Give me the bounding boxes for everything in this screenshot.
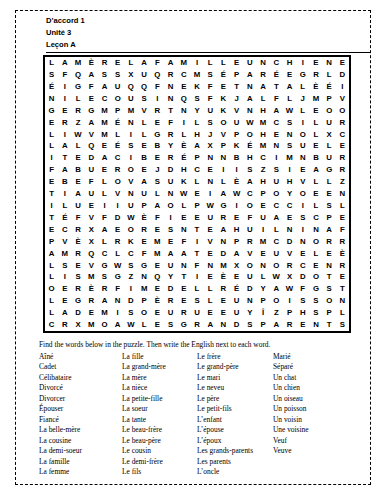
grid-cell: N <box>323 57 336 69</box>
grid-cell: A <box>85 117 98 129</box>
grid-cell: C <box>309 212 322 224</box>
grid-cell: W <box>283 283 296 295</box>
word-item: Aîné <box>39 352 82 362</box>
grid-cell: O <box>309 271 322 283</box>
grid-cell: L <box>71 93 84 105</box>
grid-cell: J <box>204 128 217 140</box>
word-item: Le beau-père <box>122 436 166 446</box>
grid-cell: E <box>164 236 177 248</box>
grid-cell: A <box>243 93 256 105</box>
grid-cell: O <box>270 295 283 307</box>
grid-cell: U <box>296 140 309 152</box>
grid-cell: I <box>283 164 296 176</box>
grid-cell: É <box>111 117 124 129</box>
grid-cell: N <box>217 319 230 331</box>
word-item: Le cousin <box>122 446 166 456</box>
grid-cell: Z <box>71 117 84 129</box>
grid-cell: L <box>204 283 217 295</box>
word-item: Un poisson <box>273 404 309 414</box>
grid-cell: I <box>164 212 177 224</box>
grid-cell: Q <box>124 81 137 93</box>
grid-cell: O <box>336 105 349 117</box>
word-item: La cousine <box>39 436 82 446</box>
grid-cell: U <box>230 295 243 307</box>
grid-cell: D <box>164 164 177 176</box>
grid-cell: A <box>323 224 336 236</box>
grid-cell: L <box>138 319 151 331</box>
grid-cell: X <box>204 140 217 152</box>
grid-cell: W <box>71 128 84 140</box>
grid-cell: S <box>164 319 177 331</box>
grid-cell: C <box>243 188 256 200</box>
word-item: Épouser <box>39 404 82 414</box>
grid-cell: Y <box>164 271 177 283</box>
grid-cell: N <box>138 271 151 283</box>
grid-cell: F <box>164 117 177 129</box>
word-item: La soeur <box>122 404 166 414</box>
grid-cell: A <box>164 248 177 260</box>
grid-cell: L <box>71 140 84 152</box>
grid-cell: A <box>270 319 283 331</box>
grid-cell: H <box>256 128 269 140</box>
grid-cell: Z <box>256 164 269 176</box>
grid-cell: L <box>111 128 124 140</box>
grid-cell: R <box>164 128 177 140</box>
grid-cell: R <box>71 283 84 295</box>
grid-cell: W <box>230 188 243 200</box>
grid-cell: S <box>243 164 256 176</box>
grid-cell: T <box>323 319 336 331</box>
grid-cell: E <box>45 117 58 129</box>
grid-cell: X <box>283 271 296 283</box>
grid-cell: P <box>323 93 336 105</box>
grid-cell: N <box>283 224 296 236</box>
grid-cell: N <box>177 224 190 236</box>
grid-cell: I <box>151 93 164 105</box>
grid-cell: M <box>256 236 269 248</box>
grid-cell: S <box>323 283 336 295</box>
grid-cell: M <box>138 283 151 295</box>
grid-cell: S <box>45 69 58 81</box>
grid-cell: L <box>296 81 309 93</box>
grid-cell: È <box>217 271 230 283</box>
grid-cell: L <box>98 176 111 188</box>
grid-cell: F <box>58 69 71 81</box>
grid-cell: A <box>58 164 71 176</box>
grid-cell: E <box>204 164 217 176</box>
grid-cell: H <box>243 152 256 164</box>
grid-cell: T <box>190 224 203 236</box>
grid-cell: F <box>111 283 124 295</box>
grid-cell: E <box>45 176 58 188</box>
grid-cell: È <box>177 140 190 152</box>
grid-cell: E <box>85 307 98 319</box>
grid-cell: E <box>151 283 164 295</box>
grid-cell: A <box>270 105 283 117</box>
grid-cell: L <box>270 224 283 236</box>
grid-cell: P <box>230 69 243 81</box>
grid-cell: V <box>204 236 217 248</box>
grid-cell: E <box>230 212 243 224</box>
grid-cell: U <box>164 176 177 188</box>
grid-cell: E <box>111 57 124 69</box>
grid-cell: L <box>190 283 203 295</box>
grid-cell: H <box>230 224 243 236</box>
grid-cell: S <box>243 319 256 331</box>
grid-cell: O <box>296 188 309 200</box>
grid-cell: A <box>98 224 111 236</box>
grid-cell: I <box>124 283 137 295</box>
grid-cell: E <box>98 140 111 152</box>
grid-cell: G <box>111 271 124 283</box>
grid-cell: W <box>204 200 217 212</box>
grid-cell: P <box>138 295 151 307</box>
grid-cell: V <box>217 128 230 140</box>
grid-cell: F <box>190 260 203 272</box>
word-list-column-4: MariéSéparéUn chatUn chienUn oiseauUn po… <box>273 352 309 457</box>
grid-cell: L <box>45 271 58 283</box>
grid-cell: O <box>111 176 124 188</box>
grid-cell: C <box>98 93 111 105</box>
grid-cell: L <box>309 176 322 188</box>
grid-cell: R <box>336 152 349 164</box>
grid-cell: F <box>45 164 58 176</box>
grid-cell: O <box>124 224 137 236</box>
grid-cell: P <box>45 236 58 248</box>
grid-cell: V <box>283 248 296 260</box>
grid-cell: B <box>58 176 71 188</box>
grid-cell: R <box>283 319 296 331</box>
grid-cell: W <box>124 319 137 331</box>
grid-cell: H <box>256 105 269 117</box>
grid-cell: A <box>243 176 256 188</box>
grid-cell: L <box>256 93 269 105</box>
grid-cell: N <box>124 188 137 200</box>
grid-cell: A <box>243 69 256 81</box>
grid-cell: C <box>296 260 309 272</box>
grid-cell: L <box>204 295 217 307</box>
grid-cell: E <box>111 224 124 236</box>
grid-cell: D <box>243 283 256 295</box>
grid-cell: U <box>204 212 217 224</box>
grid-cell: M <box>98 128 111 140</box>
grid-cell: D <box>85 152 98 164</box>
grid-cell: L <box>58 200 71 212</box>
grid-cell: R <box>151 105 164 117</box>
grid-cell: M <box>190 69 203 81</box>
grid-cell: E <box>296 319 309 331</box>
grid-cell: H <box>283 176 296 188</box>
grid-cell: E <box>177 212 190 224</box>
grid-cell: R <box>164 152 177 164</box>
word-item: La nièce <box>122 383 166 393</box>
grid-cell: R <box>336 117 349 129</box>
word-item: Les grands-parents <box>197 446 253 456</box>
grid-cell: I <box>124 128 137 140</box>
grid-cell: H <box>190 128 203 140</box>
grid-cell: U <box>71 200 84 212</box>
grid-cell: A <box>217 188 230 200</box>
grid-cell: U <box>124 200 137 212</box>
grid-cell: E <box>177 81 190 93</box>
grid-cell: Z <box>336 176 349 188</box>
grid-cell: P <box>217 140 230 152</box>
grid-cell: L <box>336 200 349 212</box>
grid-cell: S <box>296 212 309 224</box>
grid-cell: V <box>138 105 151 117</box>
grid-cell: S <box>323 200 336 212</box>
grid-cell: D <box>124 295 137 307</box>
grid-cell: C <box>270 57 283 69</box>
grid-cell: È <box>85 57 98 69</box>
grid-cell: M <box>98 105 111 117</box>
grid-cell: R <box>336 260 349 272</box>
grid-cell: R <box>217 283 230 295</box>
grid-cell: E <box>151 152 164 164</box>
grid-cell: U <box>190 307 203 319</box>
grid-cell: P <box>256 319 269 331</box>
grid-cell: Y <box>283 188 296 200</box>
grid-cell: O <box>124 164 137 176</box>
grid-cell: L <box>177 128 190 140</box>
grid-cell: R <box>309 69 322 81</box>
grid-cell: S <box>124 140 137 152</box>
grid-cell: R <box>283 260 296 272</box>
grid-cell: É <box>230 283 243 295</box>
grid-cell: M <box>85 319 98 331</box>
grid-cell: A <box>270 212 283 224</box>
grid-cell: P <box>256 295 269 307</box>
grid-cell: C <box>190 164 203 176</box>
grid-cell: E <box>138 164 151 176</box>
grid-cell: M <box>151 248 164 260</box>
grid-cell: S <box>124 307 137 319</box>
grid-cell: È <box>71 236 84 248</box>
grid-cell: E <box>58 105 71 117</box>
grid-cell: N <box>309 319 322 331</box>
grid-cell: Z <box>124 271 137 283</box>
grid-cell: V <box>230 105 243 117</box>
grid-cell: N <box>111 295 124 307</box>
grid-cell: G <box>309 283 322 295</box>
grid-cell: M <box>124 105 137 117</box>
grid-cell: R <box>98 57 111 69</box>
grid-cell: R <box>58 117 71 129</box>
grid-cell: E <box>296 248 309 260</box>
grid-cell: M <box>98 117 111 129</box>
grid-cell: A <box>85 69 98 81</box>
grid-cell: I <box>124 152 137 164</box>
grid-cell: P <box>190 152 203 164</box>
grid-cell: È <box>309 81 322 93</box>
grid-cell: N <box>296 152 309 164</box>
grid-cell: M <box>71 57 84 69</box>
word-item: Un chien <box>273 383 309 393</box>
grid-cell: E <box>190 188 203 200</box>
grid-cell: E <box>323 248 336 260</box>
word-item: Veuf <box>273 436 309 446</box>
grid-cell: O <box>309 236 322 248</box>
grid-cell: R <box>138 224 151 236</box>
grid-cell: L <box>177 200 190 212</box>
grid-cell: E <box>190 212 203 224</box>
grid-cell: S <box>296 295 309 307</box>
grid-cell: O <box>243 128 256 140</box>
grid-cell: E <box>283 212 296 224</box>
grid-cell: V <box>124 176 137 188</box>
grid-cell: U <box>243 57 256 69</box>
grid-cell: L <box>111 248 124 260</box>
grid-cell: I <box>256 224 269 236</box>
grid-cell: U <box>124 93 137 105</box>
grid-cell: E <box>177 283 190 295</box>
grid-cell: A <box>309 164 322 176</box>
grid-cell: É <box>270 69 283 81</box>
grid-cell: N <box>164 81 177 93</box>
grid-cell: K <box>124 236 137 248</box>
grid-cell: F <box>243 212 256 224</box>
grid-cell: U <box>204 105 217 117</box>
grid-cell: V <box>296 176 309 188</box>
grid-cell: T <box>323 271 336 283</box>
grid-cell: A <box>256 81 269 93</box>
grid-cell: O <box>111 93 124 105</box>
grid-cell: N <box>296 236 309 248</box>
grid-cell: C <box>58 224 71 236</box>
grid-cell: A <box>111 319 124 331</box>
grid-cell: O <box>270 260 283 272</box>
grid-cell: D <box>283 236 296 248</box>
word-item: Le frère <box>197 352 253 362</box>
word-item: Veuve <box>273 446 309 456</box>
grid-cell: C <box>283 200 296 212</box>
grid-cell: M <box>151 236 164 248</box>
grid-cell: V <box>58 236 71 248</box>
grid-cell: E <box>71 260 84 272</box>
grid-cell: I <box>58 128 71 140</box>
grid-cell: E <box>217 81 230 93</box>
grid-cell: U <box>230 117 243 129</box>
word-item: Le grand-père <box>197 362 253 372</box>
grid-cell: Z <box>270 307 283 319</box>
grid-cell: T <box>177 271 190 283</box>
grid-cell: F <box>204 81 217 93</box>
grid-cell: O <box>323 295 336 307</box>
grid-cell: L <box>309 248 322 260</box>
grid-cell: L <box>309 200 322 212</box>
grid-cell: K <box>230 140 243 152</box>
word-list-column-1: AînéCadetCélibataireDivorcéDivorcerÉpous… <box>39 352 82 477</box>
grid-cell: I <box>58 93 71 105</box>
grid-cell: I <box>296 200 309 212</box>
grid-cell: A <box>138 176 151 188</box>
grid-cell: R <box>71 105 84 117</box>
grid-cell: E <box>309 188 322 200</box>
word-item: Le père <box>197 394 253 404</box>
word-item: L’enfant <box>197 415 253 425</box>
word-item: Le beau-frère <box>122 425 166 435</box>
grid-cell: L <box>45 128 58 140</box>
grid-cell: C <box>111 152 124 164</box>
grid-cell: O <box>323 105 336 117</box>
grid-cell: C <box>336 128 349 140</box>
grid-cell: R <box>71 248 84 260</box>
grid-cell: W <box>283 105 296 117</box>
grid-cell: U <box>256 212 269 224</box>
grid-cell: G <box>217 200 230 212</box>
grid-cell: È <box>230 176 243 188</box>
grid-cell: R <box>217 212 230 224</box>
grid-cell: I <box>58 271 71 283</box>
grid-cell: U <box>323 152 336 164</box>
grid-cell: H <box>256 176 269 188</box>
word-item: La grand-mère <box>122 362 166 372</box>
word-item: Un chat <box>273 373 309 383</box>
grid-cell: C <box>45 319 58 331</box>
grid-cell: Q <box>85 140 98 152</box>
grid-cell: E <box>71 176 84 188</box>
grid-cell: Q <box>151 69 164 81</box>
grid-cell: N <box>217 152 230 164</box>
grid-cell: A <box>58 57 71 69</box>
grid-cell: R <box>243 236 256 248</box>
grid-cell: S <box>283 140 296 152</box>
grid-cell: N <box>45 93 58 105</box>
grid-cell: L <box>98 236 111 248</box>
grid-cell: G <box>98 260 111 272</box>
grid-cell: N <box>243 105 256 117</box>
grid-cell: G <box>296 69 309 81</box>
worksheet-header: D’accord 1 Unité 3 Leçon A <box>46 15 85 51</box>
word-item: L’épouse <box>197 425 253 435</box>
grid-cell: Y <box>243 307 256 319</box>
grid-cell: E <box>336 212 349 224</box>
grid-cell: E <box>85 93 98 105</box>
grid-cell: P <box>230 128 243 140</box>
grid-cell: R <box>164 69 177 81</box>
grid-cell: M <box>217 260 230 272</box>
grid-cell: C <box>256 152 269 164</box>
grid-cell: E <box>323 188 336 200</box>
grid-cell: A <box>58 140 71 152</box>
grid-cell: L <box>323 176 336 188</box>
grid-cell: L <box>151 188 164 200</box>
grid-cell: N <box>283 128 296 140</box>
grid-cell: I <box>190 236 203 248</box>
grid-cell: A <box>230 248 243 260</box>
grid-cell: X <box>85 224 98 236</box>
grid-cell: U <box>85 164 98 176</box>
grid-cell: J <box>230 93 243 105</box>
grid-cell: É <box>58 212 71 224</box>
grid-cell: L <box>45 260 58 272</box>
grid-cell: R <box>190 319 203 331</box>
grid-cell: R <box>111 164 124 176</box>
grid-cell: E <box>204 248 217 260</box>
grid-cell: K <box>217 93 230 105</box>
word-item: La belle-mère <box>39 425 82 435</box>
grid-cell: T <box>45 188 58 200</box>
instructions-text: Find the words below in the puzzle. Then… <box>39 340 374 349</box>
grid-cell: L <box>336 307 349 319</box>
grid-cell: E <box>85 200 98 212</box>
grid-cell: E <box>230 57 243 69</box>
grid-cell: Y <box>190 105 203 117</box>
grid-cell: F <box>151 212 164 224</box>
grid-cell: E <box>336 271 349 283</box>
grid-cell: S <box>151 176 164 188</box>
grid-cell: W <box>111 260 124 272</box>
